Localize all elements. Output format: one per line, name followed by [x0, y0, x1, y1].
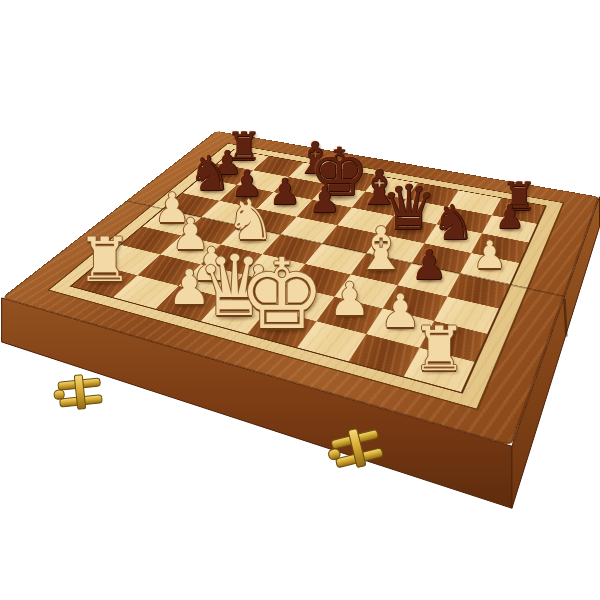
product-photo-stage: ♜♝♜♟♚♝♟♞♟♟♟♛♞♟♟♞♝♟♟♟♟♟♜♟♛♚♜ — [0, 0, 600, 600]
front-left-latch — [52, 373, 102, 412]
